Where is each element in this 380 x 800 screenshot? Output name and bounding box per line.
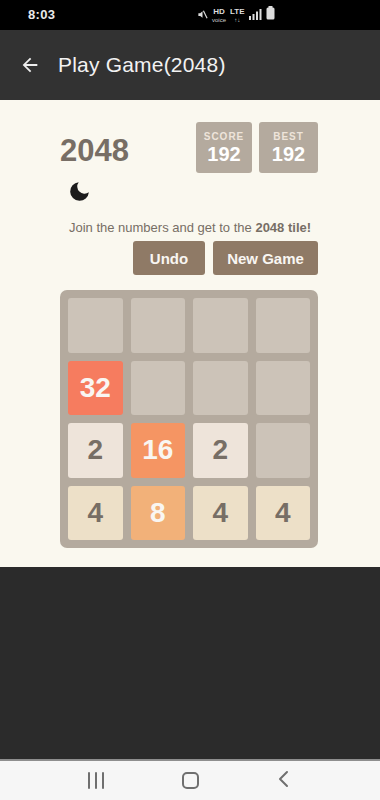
tile-8: 8 xyxy=(131,486,186,541)
status-bar: 8:03 HD voice LTE ↑↓ xyxy=(0,0,380,30)
new-game-button[interactable]: New Game xyxy=(213,241,318,275)
best-value: 192 xyxy=(272,143,305,166)
battery-icon xyxy=(266,6,275,24)
tile-4: 4 xyxy=(68,486,123,541)
lte-icon: LTE ↑↓ xyxy=(230,8,245,23)
home-icon xyxy=(182,772,199,789)
app-bar: Play Game(2048) xyxy=(0,30,380,100)
tile-16: 16 xyxy=(131,423,186,478)
tile-2: 2 xyxy=(193,423,248,478)
best-box: BEST 192 xyxy=(259,122,318,173)
hd-voice-icon: HD voice xyxy=(212,8,226,23)
empty-cell xyxy=(193,361,248,416)
clock: 8:03 xyxy=(28,7,55,22)
tile-4: 4 xyxy=(256,486,311,541)
board-grid[interactable]: 3221624844 xyxy=(60,290,318,548)
nav-back-button[interactable] xyxy=(264,766,304,796)
back-arrow-icon[interactable] xyxy=(6,41,54,89)
empty-cell xyxy=(256,298,311,353)
empty-cell xyxy=(193,298,248,353)
signal-icon xyxy=(249,6,262,24)
recents-icon xyxy=(88,772,104,789)
empty-cell xyxy=(256,361,311,416)
empty-dark-area xyxy=(0,567,380,759)
empty-cell xyxy=(131,298,186,353)
empty-cell xyxy=(131,361,186,416)
tile-4: 4 xyxy=(193,486,248,541)
score-value: 192 xyxy=(207,143,240,166)
game-title: 2048 xyxy=(60,133,129,169)
nav-back-icon xyxy=(275,769,293,793)
tile-32: 32 xyxy=(68,361,123,416)
undo-button[interactable]: Undo xyxy=(133,241,205,275)
status-icons: HD voice LTE ↑↓ xyxy=(197,4,273,26)
mute-icon xyxy=(197,6,208,24)
empty-cell xyxy=(256,423,311,478)
empty-cell xyxy=(68,298,123,353)
game-content: 2048 SCORE 192 BEST 192 Join the numbers… xyxy=(0,100,380,567)
tile-2: 2 xyxy=(68,423,123,478)
score-label: SCORE xyxy=(204,131,245,142)
score-box: SCORE 192 xyxy=(196,122,252,173)
home-button[interactable] xyxy=(170,766,210,796)
page-title: Play Game(2048) xyxy=(58,53,226,77)
dark-mode-toggle[interactable] xyxy=(65,179,93,207)
instruction-text: Join the numbers and get to the 2048 til… xyxy=(0,220,380,235)
android-nav-bar xyxy=(0,759,380,800)
moon-icon xyxy=(67,179,92,208)
recents-button[interactable] xyxy=(76,766,116,796)
phone-screen: 8:03 HD voice LTE ↑↓ Play Game xyxy=(0,0,380,800)
best-label: BEST xyxy=(273,131,304,142)
